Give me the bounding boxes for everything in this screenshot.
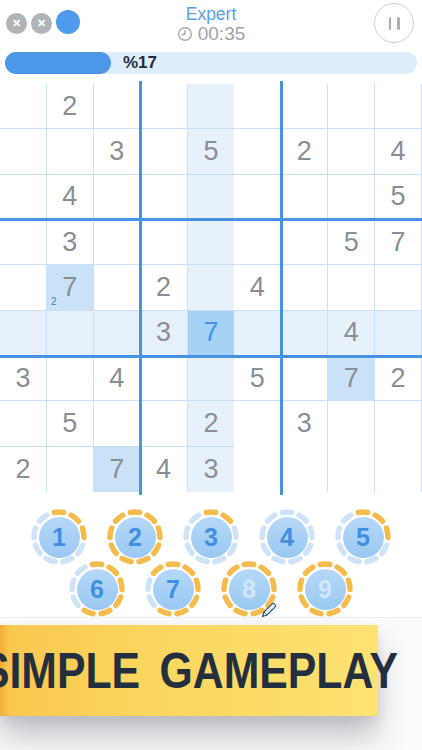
sudoku-cell-r1c4[interactable] [141,84,188,129]
numberpad-button-5[interactable]: 5 [335,509,391,565]
sudoku-cell-r4c9[interactable]: 7 [375,220,422,265]
sudoku-cell-r8c9[interactable] [375,401,422,446]
sudoku-cell-r2c9[interactable]: 4 [375,129,422,174]
sudoku-cell-r7c3[interactable]: 4 [94,356,141,401]
sudoku-cell-r4c1[interactable] [0,220,47,265]
sudoku-cell-r5c6[interactable]: 4 [234,265,281,310]
numberpad-digit: 6 [77,569,118,610]
sudoku-cell-r9c2[interactable] [47,447,94,492]
sudoku-cell-r5c5[interactable] [188,265,235,310]
sudoku-cell-r3c2[interactable]: 4 [47,175,94,220]
sudoku-cell-r7c9[interactable]: 2 [375,356,422,401]
numberpad-button-9[interactable]: 9 [297,561,353,617]
sudoku-cell-r4c6[interactable] [234,220,281,265]
sudoku-cell-r2c2[interactable] [47,129,94,174]
box-divider-vertical [139,81,142,495]
progress-bar: %17 [5,52,417,74]
sudoku-cell-r6c5[interactable]: 7 [188,311,235,356]
sudoku-cell-r7c2[interactable] [47,356,94,401]
timer-value: 00:35 [198,23,246,45]
sudoku-cell-r7c4[interactable] [141,356,188,401]
numberpad-button-3[interactable]: 3 [183,509,239,565]
sudoku-cell-r5c8[interactable] [328,265,375,310]
sudoku-cell-r1c1[interactable] [0,84,47,129]
sudoku-cell-r6c1[interactable] [0,311,47,356]
sudoku-cell-r3c4[interactable] [141,175,188,220]
sudoku-cell-r2c8[interactable] [328,129,375,174]
sudoku-cell-r9c1[interactable]: 2 [0,447,47,492]
numberpad-button-6[interactable]: 6 [69,561,125,617]
clock-icon [177,26,193,42]
sudoku-cell-r6c3[interactable] [94,311,141,356]
sudoku-cell-r9c7[interactable] [281,447,328,492]
sudoku-cell-r8c6[interactable] [234,401,281,446]
numberpad-row-2: 6789 [0,561,422,617]
sudoku-cell-r8c2[interactable]: 5 [47,401,94,446]
box-divider-horizontal [0,218,422,221]
numberpad-digit: 9 [305,569,346,610]
sudoku-cell-r3c8[interactable] [328,175,375,220]
sudoku-cell-r1c5[interactable] [188,84,235,129]
numberpad-digit: 4 [267,517,308,558]
sudoku-cell-r2c4[interactable] [141,129,188,174]
sudoku-cell-r5c2[interactable]: 72 [47,265,94,310]
sudoku-cell-r8c5[interactable]: 2 [188,401,235,446]
sudoku-cell-r4c2[interactable]: 3 [47,220,94,265]
sudoku-cell-r8c4[interactable] [141,401,188,446]
sudoku-cell-r2c3[interactable]: 3 [94,129,141,174]
numberpad-digit: 7 [153,569,194,610]
sudoku-board: 23524453577224374345725232743 [0,84,422,492]
sudoku-cell-r9c8[interactable] [328,447,375,492]
sudoku-cell-r8c8[interactable] [328,401,375,446]
pause-icon [389,17,392,30]
numberpad-button-8[interactable]: 8 [221,561,277,617]
sudoku-cell-r7c8[interactable]: 7 [328,356,375,401]
sudoku-cell-r6c8[interactable]: 4 [328,311,375,356]
sudoku-cell-r8c1[interactable] [0,401,47,446]
sudoku-cell-r7c1[interactable]: 3 [0,356,47,401]
sudoku-cell-r7c6[interactable]: 5 [234,356,281,401]
pencil-icon [259,600,279,620]
sudoku-cell-r3c7[interactable] [281,175,328,220]
sudoku-cell-r4c3[interactable] [94,220,141,265]
numberpad-digit: 5 [343,517,384,558]
sudoku-cell-r9c4[interactable]: 4 [141,447,188,492]
sudoku-cell-r5c7[interactable] [281,265,328,310]
progress-percent: %17 [123,52,157,74]
sudoku-cell-r6c2[interactable] [47,311,94,356]
sudoku-cell-r6c7[interactable] [281,311,328,356]
sudoku-cell-r1c9[interactable] [375,84,422,129]
sudoku-cell-r1c8[interactable] [328,84,375,129]
sudoku-cell-r1c3[interactable] [94,84,141,129]
numberpad-digit: 1 [39,517,80,558]
numberpad-row-1: 12345 [0,509,422,565]
sudoku-cell-r2c6[interactable] [234,129,281,174]
sudoku-cell-r6c9[interactable] [375,311,422,356]
sudoku-cell-r3c6[interactable] [234,175,281,220]
numberpad-button-1[interactable]: 1 [31,509,87,565]
numberpad-button-2[interactable]: 2 [107,509,163,565]
sudoku-cell-r4c5[interactable] [188,220,235,265]
sudoku-cell-r2c1[interactable] [0,129,47,174]
sudoku-cell-r1c7[interactable] [281,84,328,129]
difficulty-title: Expert [0,4,422,25]
progress-fill [5,52,111,74]
pencil-note: 2 [51,296,57,307]
sudoku-cell-r5c9[interactable] [375,265,422,310]
box-divider-vertical [280,81,283,495]
pause-button[interactable] [374,3,414,43]
sudoku-cell-r2c7[interactable]: 2 [281,129,328,174]
sudoku-cell-r3c1[interactable] [0,175,47,220]
sudoku-cell-r9c5[interactable]: 3 [188,447,235,492]
sudoku-cell-r3c3[interactable] [94,175,141,220]
sudoku-cell-r3c5[interactable] [188,175,235,220]
caption-banner: SIMPLE GAMEPLAY [0,625,378,716]
sudoku-cell-r4c4[interactable] [141,220,188,265]
numberpad-button-4[interactable]: 4 [259,509,315,565]
box-divider-horizontal [0,355,422,358]
timer-bar: 00:35 [0,23,422,45]
sudoku-cell-r3c9[interactable]: 5 [375,175,422,220]
app-screen: ✕ ✕ Expert 00:35 %17 2352445357722437434… [0,0,422,750]
sudoku-cell-r2c5[interactable]: 5 [188,129,235,174]
caption-text: SIMPLE GAMEPLAY [0,642,397,699]
sudoku-cell-r4c7[interactable] [281,220,328,265]
sudoku-cell-r8c3[interactable] [94,401,141,446]
sudoku-cell-r6c4[interactable]: 3 [141,311,188,356]
sudoku-cell-r1c2[interactable]: 2 [47,84,94,129]
sudoku-cell-r8c7[interactable]: 3 [281,401,328,446]
sudoku-cell-r5c3[interactable] [94,265,141,310]
sudoku-cell-r9c9[interactable] [375,447,422,492]
sudoku-cell-r7c5[interactable] [188,356,235,401]
sudoku-cell-r5c1[interactable] [0,265,47,310]
sudoku-cell-r4c8[interactable]: 5 [328,220,375,265]
numberpad-digit: 3 [191,517,232,558]
sudoku-cell-r5c4[interactable]: 2 [141,265,188,310]
sudoku-cell-r6c6[interactable] [234,311,281,356]
pause-icon [397,17,400,30]
numberpad-digit: 2 [115,517,156,558]
numberpad-button-7[interactable]: 7 [145,561,201,617]
sudoku-cell-r9c6[interactable] [234,447,281,492]
sudoku-cell-r9c3[interactable]: 7 [94,447,141,492]
sudoku-cell-r7c7[interactable] [281,356,328,401]
sudoku-cell-r1c6[interactable] [234,84,281,129]
